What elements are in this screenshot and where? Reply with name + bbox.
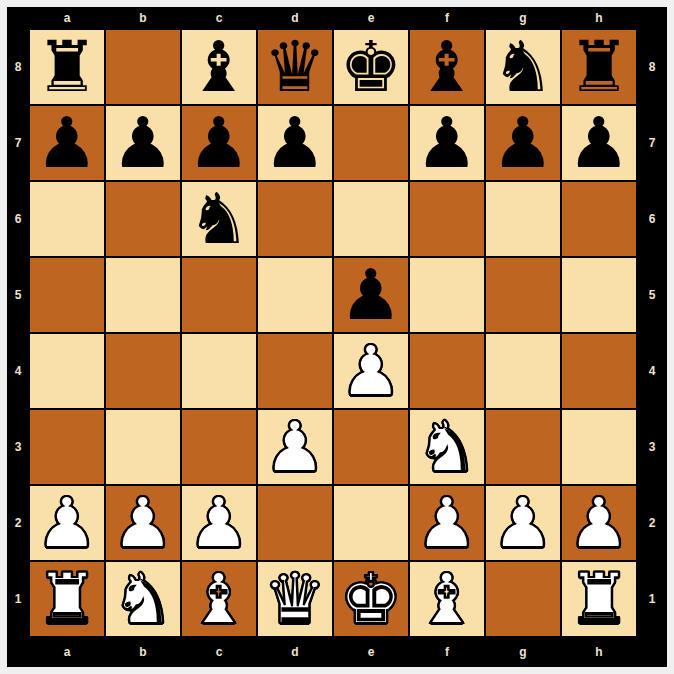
square-b4[interactable]	[105, 333, 181, 409]
piece-white-king[interactable]: ♚︎	[340, 564, 403, 634]
square-h6[interactable]	[561, 181, 637, 257]
square-b5[interactable]	[105, 257, 181, 333]
rank-label-4-left: 4	[7, 333, 29, 409]
square-g2[interactable]: ♟︎	[485, 485, 561, 561]
square-d2[interactable]	[257, 485, 333, 561]
square-c7[interactable]: ♟︎	[181, 105, 257, 181]
square-b6[interactable]	[105, 181, 181, 257]
square-c4[interactable]	[181, 333, 257, 409]
square-b2[interactable]: ♟︎	[105, 485, 181, 561]
square-c1[interactable]: ♝︎	[181, 561, 257, 637]
piece-white-pawn[interactable]: ♟︎	[264, 412, 327, 482]
piece-black-pawn[interactable]: ♟︎	[188, 108, 251, 178]
piece-white-queen[interactable]: ♛︎	[264, 564, 327, 634]
square-d8[interactable]: ♛︎	[257, 29, 333, 105]
square-c2[interactable]: ♟︎	[181, 485, 257, 561]
piece-black-rook[interactable]: ♜︎	[568, 32, 631, 102]
square-e7[interactable]	[333, 105, 409, 181]
file-label-f-top: f	[409, 7, 485, 29]
rank-label-2-right: 2	[637, 485, 667, 561]
square-d3[interactable]: ♟︎	[257, 409, 333, 485]
square-a4[interactable]	[29, 333, 105, 409]
piece-black-queen[interactable]: ♛︎	[264, 32, 327, 102]
file-label-c-bottom: c	[181, 637, 257, 667]
rank-label-1-right: 1	[637, 561, 667, 637]
square-a3[interactable]	[29, 409, 105, 485]
piece-white-knight[interactable]: ♞︎	[416, 412, 479, 482]
file-label-a-top: a	[29, 7, 105, 29]
square-e3[interactable]	[333, 409, 409, 485]
square-g8[interactable]: ♞︎	[485, 29, 561, 105]
square-f1[interactable]: ♝︎	[409, 561, 485, 637]
square-c6[interactable]: ♞︎	[181, 181, 257, 257]
square-e2[interactable]	[333, 485, 409, 561]
piece-black-bishop[interactable]: ♝︎	[188, 32, 251, 102]
rank-label-5-left: 5	[7, 257, 29, 333]
piece-black-pawn[interactable]: ♟︎	[416, 108, 479, 178]
square-f5[interactable]	[409, 257, 485, 333]
piece-black-king[interactable]: ♚︎	[340, 32, 403, 102]
file-label-e-top: e	[333, 7, 409, 29]
square-b3[interactable]	[105, 409, 181, 485]
square-b1[interactable]: ♞︎	[105, 561, 181, 637]
square-f2[interactable]: ♟︎	[409, 485, 485, 561]
square-g4[interactable]	[485, 333, 561, 409]
rank-label-5-right: 5	[637, 257, 667, 333]
square-c3[interactable]	[181, 409, 257, 485]
square-e5[interactable]: ♟︎	[333, 257, 409, 333]
file-label-b-bottom: b	[105, 637, 181, 667]
piece-white-pawn[interactable]: ♟︎	[188, 488, 251, 558]
piece-white-pawn[interactable]: ♟︎	[416, 488, 479, 558]
rank-label-1-left: 1	[7, 561, 29, 637]
square-e1[interactable]: ♚︎	[333, 561, 409, 637]
square-a2[interactable]: ♟︎	[29, 485, 105, 561]
square-a8[interactable]: ♜︎	[29, 29, 105, 105]
piece-black-pawn[interactable]: ♟︎	[340, 260, 403, 330]
square-f7[interactable]: ♟︎	[409, 105, 485, 181]
square-d6[interactable]	[257, 181, 333, 257]
file-label-b-top: b	[105, 7, 181, 29]
square-a5[interactable]	[29, 257, 105, 333]
file-label-g-bottom: g	[485, 637, 561, 667]
square-d5[interactable]	[257, 257, 333, 333]
piece-white-pawn[interactable]: ♟︎	[492, 488, 555, 558]
square-g6[interactable]	[485, 181, 561, 257]
square-b7[interactable]: ♟︎	[105, 105, 181, 181]
square-h2[interactable]: ♟︎	[561, 485, 637, 561]
square-d4[interactable]	[257, 333, 333, 409]
square-f8[interactable]: ♝︎	[409, 29, 485, 105]
rank-label-6-right: 6	[637, 181, 667, 257]
rank-label-8-right: 8	[637, 29, 667, 105]
piece-white-pawn[interactable]: ♟︎	[36, 488, 99, 558]
rank-label-3-right: 3	[637, 409, 667, 485]
piece-black-pawn[interactable]: ♟︎	[492, 108, 555, 178]
square-a7[interactable]: ♟︎	[29, 105, 105, 181]
piece-black-pawn[interactable]: ♟︎	[264, 108, 327, 178]
piece-white-rook[interactable]: ♜︎	[568, 564, 631, 634]
rank-label-6-left: 6	[7, 181, 29, 257]
square-d7[interactable]: ♟︎	[257, 105, 333, 181]
square-a6[interactable]	[29, 181, 105, 257]
square-a1[interactable]: ♜︎	[29, 561, 105, 637]
chess-board: ♜︎♝︎♛︎♚︎♝︎♞︎♜︎♟︎♟︎♟︎♟︎♟︎♟︎♟︎♞︎♟︎♟︎♟︎♞︎♟︎…	[29, 29, 637, 637]
piece-black-bishop[interactable]: ♝︎	[416, 32, 479, 102]
square-d1[interactable]: ♛︎	[257, 561, 333, 637]
piece-white-knight[interactable]: ♞︎	[112, 564, 175, 634]
square-h1[interactable]: ♜︎	[561, 561, 637, 637]
piece-black-pawn[interactable]: ♟︎	[36, 108, 99, 178]
file-label-g-top: g	[485, 7, 561, 29]
square-h4[interactable]	[561, 333, 637, 409]
square-e8[interactable]: ♚︎	[333, 29, 409, 105]
rank-label-4-right: 4	[637, 333, 667, 409]
piece-white-pawn[interactable]: ♟︎	[568, 488, 631, 558]
file-label-h-bottom: h	[561, 637, 637, 667]
file-label-e-bottom: e	[333, 637, 409, 667]
square-g5[interactable]	[485, 257, 561, 333]
square-g1[interactable]	[485, 561, 561, 637]
piece-white-bishop[interactable]: ♝︎	[416, 564, 479, 634]
piece-black-pawn[interactable]: ♟︎	[568, 108, 631, 178]
file-labels-bottom: abcdefgh	[29, 637, 637, 667]
square-f6[interactable]	[409, 181, 485, 257]
file-label-f-bottom: f	[409, 637, 485, 667]
file-label-h-top: h	[561, 7, 637, 29]
square-g3[interactable]	[485, 409, 561, 485]
file-label-d-bottom: d	[257, 637, 333, 667]
piece-black-pawn[interactable]: ♟︎	[112, 108, 175, 178]
file-label-c-top: c	[181, 7, 257, 29]
square-h5[interactable]	[561, 257, 637, 333]
square-h3[interactable]	[561, 409, 637, 485]
rank-label-7-left: 7	[7, 105, 29, 181]
file-label-d-top: d	[257, 7, 333, 29]
rank-label-2-left: 2	[7, 485, 29, 561]
piece-white-pawn[interactable]: ♟︎	[112, 488, 175, 558]
square-e6[interactable]	[333, 181, 409, 257]
file-label-a-bottom: a	[29, 637, 105, 667]
rank-label-8-left: 8	[7, 29, 29, 105]
piece-black-knight[interactable]: ♞︎	[188, 184, 251, 254]
piece-white-bishop[interactable]: ♝︎	[188, 564, 251, 634]
chess-board-frame: abcdefgh abcdefgh 87654321 87654321 ♜︎♝︎…	[7, 7, 667, 667]
square-f4[interactable]	[409, 333, 485, 409]
rank-labels-right: 87654321	[637, 29, 667, 637]
square-e4[interactable]: ♟︎	[333, 333, 409, 409]
piece-white-rook[interactable]: ♜︎	[36, 564, 99, 634]
page-background: abcdefgh abcdefgh 87654321 87654321 ♜︎♝︎…	[0, 0, 674, 674]
file-labels-top: abcdefgh	[29, 7, 637, 29]
piece-white-pawn[interactable]: ♟︎	[340, 336, 403, 406]
square-b8[interactable]	[105, 29, 181, 105]
square-h8[interactable]: ♜︎	[561, 29, 637, 105]
piece-black-knight[interactable]: ♞︎	[492, 32, 555, 102]
rank-label-3-left: 3	[7, 409, 29, 485]
square-g7[interactable]: ♟︎	[485, 105, 561, 181]
square-c8[interactable]: ♝︎	[181, 29, 257, 105]
rank-labels-left: 87654321	[7, 29, 29, 637]
square-c5[interactable]	[181, 257, 257, 333]
piece-black-rook[interactable]: ♜︎	[36, 32, 99, 102]
square-h7[interactable]: ♟︎	[561, 105, 637, 181]
square-f3[interactable]: ♞︎	[409, 409, 485, 485]
rank-label-7-right: 7	[637, 105, 667, 181]
